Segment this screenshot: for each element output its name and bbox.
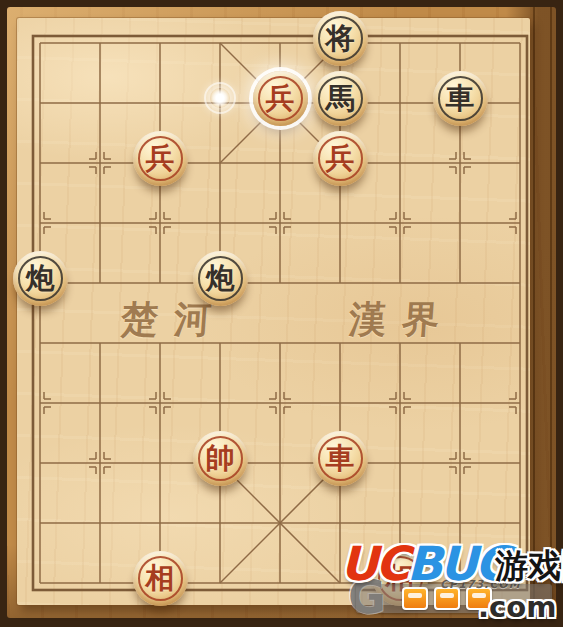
piece-black-cannon[interactable]: 炮 bbox=[13, 251, 68, 306]
piece-label: 炮 bbox=[26, 264, 55, 293]
piece-black-general[interactable]: 将 bbox=[313, 11, 368, 66]
piece-label: 兵 bbox=[326, 144, 355, 173]
piece-label: 炮 bbox=[206, 264, 235, 293]
piece-label: 兵 bbox=[266, 84, 295, 113]
piece-red-chariot[interactable]: 車 bbox=[313, 431, 368, 486]
piece-red-elephant[interactable]: 相 bbox=[133, 551, 188, 606]
piece-label: 相 bbox=[146, 564, 175, 593]
xiangqi-game-screen: 楚河 漢界 将兵馬車兵兵炮炮帥車相相 G CP173.COM UCBUG 游戏网… bbox=[0, 0, 563, 627]
piece-red-soldier[interactable]: 兵 bbox=[253, 71, 308, 126]
watermark-site-name: 游戏网 bbox=[495, 544, 563, 589]
watermark-logo: UCBUG bbox=[340, 536, 510, 591]
piece-label: 将 bbox=[326, 24, 355, 53]
piece-red-soldier[interactable]: 兵 bbox=[313, 131, 368, 186]
piece-label: 車 bbox=[446, 84, 475, 113]
xiangqi-board[interactable]: 将兵馬車兵兵炮炮帥車相相 bbox=[10, 13, 550, 613]
watermark: G CP173.COM UCBUG 游戏网 .com bbox=[338, 538, 563, 627]
piece-label: 馬 bbox=[326, 84, 355, 113]
piece-red-soldier[interactable]: 兵 bbox=[133, 131, 188, 186]
piece-label: 車 bbox=[326, 444, 355, 473]
piece-black-chariot[interactable]: 車 bbox=[433, 71, 488, 126]
watermark-logo-uc: UC bbox=[340, 536, 407, 591]
piece-black-horse[interactable]: 馬 bbox=[313, 71, 368, 126]
frame-plank-seam bbox=[550, 7, 552, 618]
piece-label: 帥 bbox=[206, 444, 235, 473]
piece-red-general[interactable]: 帥 bbox=[193, 431, 248, 486]
watermark-dotcom: .com bbox=[478, 590, 556, 624]
piece-black-cannon[interactable]: 炮 bbox=[193, 251, 248, 306]
piece-label: 兵 bbox=[146, 144, 175, 173]
